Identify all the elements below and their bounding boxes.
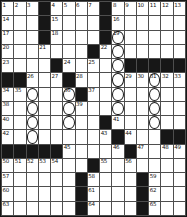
cell-r13c4[interactable] xyxy=(39,173,50,186)
cell-r14c3[interactable] xyxy=(27,187,38,200)
cell-r10c13[interactable] xyxy=(149,130,160,143)
cell-r15c3[interactable] xyxy=(27,202,38,215)
black-cell-r3c4 xyxy=(39,31,50,44)
cell-r15c4[interactable] xyxy=(39,202,50,215)
cell-r1c13[interactable]: 11 xyxy=(149,2,160,15)
cell-r2c7[interactable] xyxy=(76,16,87,29)
black-cell-r7c7 xyxy=(76,88,87,101)
black-cell-r10c10 xyxy=(112,130,123,143)
cell-r12c13[interactable] xyxy=(149,159,160,172)
cell-r6c11[interactable]: 29 xyxy=(125,73,136,86)
cell-r7c11[interactable] xyxy=(125,88,136,101)
cell-r3c3[interactable] xyxy=(27,31,38,44)
clue-number-38: 38 xyxy=(3,101,9,108)
clue-number-57: 57 xyxy=(3,173,9,180)
black-cell-r11c5 xyxy=(51,145,62,158)
crossword-grid: 1234567891011121314151617181920212223242… xyxy=(0,0,187,217)
cell-r5c10[interactable] xyxy=(112,59,123,72)
clue-number-4: 4 xyxy=(52,2,55,9)
cell-r7c10[interactable] xyxy=(112,88,123,101)
clue-number-20: 20 xyxy=(3,44,9,51)
cell-r12c3[interactable]: 52 xyxy=(27,159,38,172)
black-cell-r3c9 xyxy=(100,31,111,44)
cell-r3c2[interactable] xyxy=(14,31,25,44)
cell-r7c1[interactable]: 34 xyxy=(2,88,13,101)
cell-r2c3[interactable] xyxy=(27,16,38,29)
cell-r9c7[interactable] xyxy=(76,116,87,129)
black-cell-r6c1 xyxy=(2,73,13,86)
cell-r8c5[interactable] xyxy=(51,102,62,115)
clue-number-40: 40 xyxy=(3,116,9,123)
cell-r14c2[interactable] xyxy=(14,187,25,200)
cell-r10c9[interactable]: 43 xyxy=(100,130,111,143)
black-cell-r1c4 xyxy=(39,2,50,15)
clue-number-10: 10 xyxy=(137,2,143,9)
cell-r11c6[interactable]: 45 xyxy=(63,145,74,158)
black-cell-r11c1 xyxy=(2,145,13,158)
cell-r5c6[interactable]: 24 xyxy=(63,59,74,72)
cell-r9c1[interactable]: 40 xyxy=(2,116,13,129)
cell-r10c11[interactable]: 44 xyxy=(125,130,136,143)
cell-r12c12[interactable] xyxy=(137,159,148,172)
cell-r10c7[interactable] xyxy=(76,130,87,143)
circle-marker xyxy=(63,116,74,129)
cell-r12c2[interactable]: 51 xyxy=(14,159,25,172)
cell-r13c8[interactable]: 58 xyxy=(88,173,99,186)
cell-r13c6[interactable] xyxy=(63,173,74,186)
clue-number-3: 3 xyxy=(27,2,30,9)
cell-r14c4[interactable] xyxy=(39,187,50,200)
cell-r4c9[interactable]: 22 xyxy=(100,45,111,58)
cell-r10c3[interactable] xyxy=(27,130,38,143)
clue-number-45: 45 xyxy=(64,144,70,151)
cell-r5c1[interactable]: 23 xyxy=(2,59,13,72)
black-cell-r5c13 xyxy=(149,59,160,72)
clue-number-9: 9 xyxy=(125,2,128,9)
black-cell-r2c4 xyxy=(39,16,50,29)
cell-r5c2[interactable] xyxy=(14,59,25,72)
cell-r12c10[interactable] xyxy=(112,159,123,172)
clue-number-62: 62 xyxy=(150,187,156,194)
cell-r8c1[interactable]: 38 xyxy=(2,102,13,115)
clue-number-31: 31 xyxy=(150,73,156,80)
clue-number-5: 5 xyxy=(64,2,67,9)
clue-number-18: 18 xyxy=(52,30,58,37)
cell-r8c15[interactable] xyxy=(174,102,185,115)
cell-r6c15[interactable]: 33 xyxy=(174,73,185,86)
cell-r9c13[interactable] xyxy=(149,116,160,129)
cell-r1c14[interactable]: 12 xyxy=(161,2,172,15)
cell-r4c3[interactable] xyxy=(27,45,38,58)
circle-marker xyxy=(112,45,123,58)
cell-r10c6[interactable] xyxy=(63,130,74,143)
circle-marker xyxy=(27,130,38,143)
cell-r4c12[interactable] xyxy=(137,45,148,58)
cell-r15c13[interactable]: 65 xyxy=(149,202,160,215)
cell-r12c9[interactable]: 55 xyxy=(100,159,111,172)
cell-r2c6[interactable] xyxy=(63,16,74,29)
cell-r1c5[interactable]: 4 xyxy=(51,2,62,15)
cell-r6c3[interactable]: 26 xyxy=(27,73,38,86)
cell-r6c7[interactable]: 28 xyxy=(76,73,87,86)
black-cell-r6c6 xyxy=(63,73,74,86)
cell-r11c13[interactable] xyxy=(149,145,160,158)
black-cell-r5c12 xyxy=(137,59,148,72)
circle-marker xyxy=(149,102,160,115)
cell-r5c3[interactable] xyxy=(27,59,38,72)
cell-r9c10[interactable]: 41 xyxy=(112,116,123,129)
clue-number-33: 33 xyxy=(174,73,180,80)
clue-number-59: 59 xyxy=(150,173,156,180)
cell-r6c8[interactable] xyxy=(88,73,99,86)
cell-r4c13[interactable] xyxy=(149,45,160,58)
cell-r9c3[interactable] xyxy=(27,116,38,129)
cell-r13c10[interactable] xyxy=(112,173,123,186)
clue-number-53: 53 xyxy=(39,158,45,165)
cell-r3c8[interactable] xyxy=(88,31,99,44)
cell-r11c10[interactable]: 46 xyxy=(112,145,123,158)
circle-marker xyxy=(27,88,38,101)
cell-r9c4[interactable] xyxy=(39,116,50,129)
clue-number-41: 41 xyxy=(113,116,119,123)
black-cell-r12c8 xyxy=(88,159,99,172)
clue-number-28: 28 xyxy=(76,73,82,80)
clue-number-1: 1 xyxy=(3,2,6,9)
clue-number-54: 54 xyxy=(52,158,58,165)
cell-r14c11[interactable] xyxy=(125,187,136,200)
cell-r14c15[interactable] xyxy=(174,187,185,200)
cell-r2c14[interactable] xyxy=(161,16,172,29)
cell-r4c6[interactable] xyxy=(63,45,74,58)
black-cell-r11c3 xyxy=(27,145,38,158)
cell-r13c11[interactable] xyxy=(125,173,136,186)
cell-r13c9[interactable] xyxy=(100,173,111,186)
cell-r7c13[interactable] xyxy=(149,88,160,101)
cell-r4c14[interactable] xyxy=(161,45,172,58)
cell-r8c9[interactable] xyxy=(100,102,111,115)
cell-r1c6[interactable]: 5 xyxy=(63,2,74,15)
cell-r11c14[interactable]: 48 xyxy=(161,145,172,158)
black-cell-r10c14 xyxy=(161,130,172,143)
black-cell-r15c7 xyxy=(76,202,87,215)
cell-r1c15[interactable]: 13 xyxy=(174,2,185,15)
cell-r15c15[interactable] xyxy=(174,202,185,215)
clue-number-23: 23 xyxy=(3,59,9,66)
clue-number-43: 43 xyxy=(101,130,107,137)
cell-r3c11[interactable] xyxy=(125,31,136,44)
clue-number-39: 39 xyxy=(76,101,82,108)
clue-number-11: 11 xyxy=(150,2,156,9)
cell-r2c11[interactable] xyxy=(125,16,136,29)
cell-r8c4[interactable] xyxy=(39,102,50,115)
cell-r7c2[interactable]: 35 xyxy=(14,88,25,101)
cell-r2c10[interactable]: 16 xyxy=(112,16,123,29)
clue-number-17: 17 xyxy=(3,30,9,37)
clue-number-2: 2 xyxy=(15,2,18,9)
circle-marker xyxy=(149,116,160,129)
cell-r12c15[interactable] xyxy=(174,159,185,172)
cell-r2c5[interactable]: 15 xyxy=(51,16,62,29)
cell-r11c12[interactable]: 47 xyxy=(137,145,148,158)
cell-r13c3[interactable] xyxy=(27,173,38,186)
clue-number-26: 26 xyxy=(27,73,33,80)
cell-r2c1[interactable]: 14 xyxy=(2,16,13,29)
cell-r15c1[interactable]: 63 xyxy=(2,202,13,215)
cell-r13c13[interactable]: 59 xyxy=(149,173,160,186)
cell-r15c5[interactable] xyxy=(51,202,62,215)
cell-r3c14[interactable] xyxy=(161,31,172,44)
cell-r4c2[interactable] xyxy=(14,45,25,58)
cell-r7c9[interactable] xyxy=(100,88,111,101)
cell-r8c6[interactable] xyxy=(63,102,74,115)
cell-r3c15[interactable] xyxy=(174,31,185,44)
black-cell-r6c2 xyxy=(14,73,25,86)
cell-r8c14[interactable] xyxy=(161,102,172,115)
cell-r15c14[interactable] xyxy=(161,202,172,215)
cell-r10c5[interactable] xyxy=(51,130,62,143)
clue-number-24: 24 xyxy=(64,59,70,66)
clue-number-13: 13 xyxy=(174,2,180,9)
cell-r3c10[interactable]: 19 xyxy=(112,31,123,44)
cell-r14c8[interactable]: 61 xyxy=(88,187,99,200)
cell-r8c11[interactable] xyxy=(125,102,136,115)
clue-number-16: 16 xyxy=(113,16,119,23)
cell-r12c6[interactable] xyxy=(63,159,74,172)
cell-r3c5[interactable]: 18 xyxy=(51,31,62,44)
black-cell-r2c9 xyxy=(100,16,111,29)
cell-r15c2[interactable] xyxy=(14,202,25,215)
black-cell-r10c15 xyxy=(174,130,185,143)
cell-r6c14[interactable]: 32 xyxy=(161,73,172,86)
cell-r3c1[interactable]: 17 xyxy=(2,31,13,44)
clue-number-52: 52 xyxy=(27,158,33,165)
cell-r9c2[interactable] xyxy=(14,116,25,129)
cell-r9c14[interactable] xyxy=(161,116,172,129)
cell-r7c15[interactable] xyxy=(174,88,185,101)
clue-number-32: 32 xyxy=(162,73,168,80)
circle-marker xyxy=(112,59,123,72)
cell-r12c4[interactable]: 53 xyxy=(39,159,50,172)
cell-r14c10[interactable] xyxy=(112,187,123,200)
cell-r7c5[interactable] xyxy=(51,88,62,101)
cell-r14c9[interactable] xyxy=(100,187,111,200)
circle-marker xyxy=(27,116,38,129)
cell-r14c14[interactable] xyxy=(161,187,172,200)
cell-r8c13[interactable] xyxy=(149,102,160,115)
cell-r1c12[interactable]: 10 xyxy=(137,2,148,15)
clue-number-56: 56 xyxy=(125,158,131,165)
cell-r9c6[interactable] xyxy=(63,116,74,129)
clue-number-36: 36 xyxy=(64,87,70,94)
circle-marker xyxy=(27,102,38,115)
cell-r15c6[interactable] xyxy=(63,202,74,215)
black-cell-r15c12 xyxy=(137,202,148,215)
black-cell-r9c9 xyxy=(100,116,111,129)
clue-number-50: 50 xyxy=(3,158,9,165)
cell-r11c7[interactable] xyxy=(76,145,87,158)
cell-r12c5[interactable]: 54 xyxy=(51,159,62,172)
cell-r12c7[interactable] xyxy=(76,159,87,172)
clue-number-21: 21 xyxy=(39,44,45,51)
cell-r15c10[interactable] xyxy=(112,202,123,215)
cell-r10c2[interactable] xyxy=(14,130,25,143)
cell-r1c3[interactable]: 3 xyxy=(27,2,38,15)
cell-r4c7[interactable] xyxy=(76,45,87,58)
cell-r8c10[interactable] xyxy=(112,102,123,115)
cell-r4c10[interactable] xyxy=(112,45,123,58)
cell-r8c3[interactable] xyxy=(27,102,38,115)
cell-r2c12[interactable] xyxy=(137,16,148,29)
black-cell-r13c7 xyxy=(76,173,87,186)
cell-r8c8[interactable] xyxy=(88,102,99,115)
clue-number-63: 63 xyxy=(3,201,9,208)
cell-r13c5[interactable] xyxy=(51,173,62,186)
clue-number-64: 64 xyxy=(88,201,94,208)
cell-r14c1[interactable]: 60 xyxy=(2,187,13,200)
clue-number-7: 7 xyxy=(88,2,91,9)
circle-marker xyxy=(112,73,123,86)
clue-number-55: 55 xyxy=(101,158,107,165)
cell-r3c6[interactable] xyxy=(63,31,74,44)
cell-r5c7[interactable] xyxy=(76,59,87,72)
circle-marker xyxy=(149,88,160,101)
cell-r1c11[interactable]: 9 xyxy=(125,2,136,15)
clue-number-44: 44 xyxy=(125,130,131,137)
cell-r9c12[interactable] xyxy=(137,116,148,129)
clue-number-46: 46 xyxy=(113,144,119,151)
circle-marker xyxy=(112,102,123,115)
cell-r1c1[interactable]: 1 xyxy=(2,2,13,15)
black-cell-r5c14 xyxy=(161,59,172,72)
cell-r4c11[interactable] xyxy=(125,45,136,58)
black-cell-r11c2 xyxy=(14,145,25,158)
cell-r7c8[interactable]: 37 xyxy=(88,88,99,101)
cell-r13c15[interactable] xyxy=(174,173,185,186)
clue-number-12: 12 xyxy=(162,2,168,9)
cell-r3c13[interactable] xyxy=(149,31,160,44)
cell-r6c12[interactable]: 30 xyxy=(137,73,148,86)
clue-number-61: 61 xyxy=(88,187,94,194)
cell-r7c4[interactable] xyxy=(39,88,50,101)
cell-r12c1[interactable]: 50 xyxy=(2,159,13,172)
clue-number-37: 37 xyxy=(88,87,94,94)
cell-r6c9[interactable] xyxy=(100,73,111,86)
cell-r15c11[interactable] xyxy=(125,202,136,215)
cell-r4c15[interactable] xyxy=(174,45,185,58)
cell-r14c5[interactable] xyxy=(51,187,62,200)
cell-r11c9[interactable] xyxy=(100,145,111,158)
cell-r3c12[interactable] xyxy=(137,31,148,44)
cell-r2c15[interactable] xyxy=(174,16,185,29)
cell-r2c8[interactable] xyxy=(88,16,99,29)
cell-r10c1[interactable]: 42 xyxy=(2,130,13,143)
clue-number-58: 58 xyxy=(88,173,94,180)
cell-r4c1[interactable]: 20 xyxy=(2,45,13,58)
cell-r10c12[interactable] xyxy=(137,130,148,143)
cell-r6c5[interactable]: 27 xyxy=(51,73,62,86)
cell-r6c13[interactable]: 31 xyxy=(149,73,160,86)
cell-r11c15[interactable]: 49 xyxy=(174,145,185,158)
cell-r7c6[interactable]: 36 xyxy=(63,88,74,101)
circle-marker xyxy=(112,88,123,101)
cell-r7c12[interactable] xyxy=(137,88,148,101)
cell-r11c8[interactable] xyxy=(88,145,99,158)
circle-marker xyxy=(63,102,74,115)
clue-number-25: 25 xyxy=(88,59,94,66)
cell-r9c15[interactable] xyxy=(174,116,185,129)
clue-number-35: 35 xyxy=(15,87,21,94)
cell-r1c8[interactable]: 7 xyxy=(88,2,99,15)
cell-r12c14[interactable] xyxy=(161,159,172,172)
clue-number-22: 22 xyxy=(101,44,107,51)
black-cell-r14c7 xyxy=(76,187,87,200)
cell-r6c10[interactable] xyxy=(112,73,123,86)
cell-r12c11[interactable]: 56 xyxy=(125,159,136,172)
cell-r3c7[interactable] xyxy=(76,31,87,44)
cell-r4c5[interactable] xyxy=(51,45,62,58)
black-cell-r4c8 xyxy=(88,45,99,58)
black-cell-r11c11 xyxy=(125,145,136,158)
cell-r15c9[interactable] xyxy=(100,202,111,215)
clue-number-8: 8 xyxy=(113,2,116,9)
cell-r9c5[interactable] xyxy=(51,116,62,129)
clue-number-47: 47 xyxy=(137,144,143,151)
cell-r7c3[interactable] xyxy=(27,88,38,101)
black-cell-r13c12 xyxy=(137,173,148,186)
cell-r13c14[interactable] xyxy=(161,173,172,186)
black-cell-r11c4 xyxy=(39,145,50,158)
cell-r8c12[interactable] xyxy=(137,102,148,115)
clue-number-34: 34 xyxy=(3,87,9,94)
cell-r5c9[interactable] xyxy=(100,59,111,72)
cell-r4c4[interactable]: 21 xyxy=(39,45,50,58)
cell-r1c7[interactable]: 6 xyxy=(76,2,87,15)
cell-r6c4[interactable] xyxy=(39,73,50,86)
cell-r1c10[interactable]: 8 xyxy=(112,2,123,15)
cell-r5c4[interactable] xyxy=(39,59,50,72)
clue-number-14: 14 xyxy=(3,16,9,23)
cell-r5c8[interactable]: 25 xyxy=(88,59,99,72)
cell-r1c2[interactable]: 2 xyxy=(14,2,25,15)
cell-r14c13[interactable]: 62 xyxy=(149,187,160,200)
crossword-puzzle: 1234567891011121314151617181920212223242… xyxy=(0,0,187,217)
clue-number-19: 19 xyxy=(113,30,119,37)
cell-r10c4[interactable] xyxy=(39,130,50,143)
clue-number-15: 15 xyxy=(52,16,58,23)
clue-number-42: 42 xyxy=(3,130,9,137)
clue-number-65: 65 xyxy=(150,201,156,208)
cell-r9c11[interactable] xyxy=(125,116,136,129)
black-cell-r5c15 xyxy=(174,59,185,72)
black-cell-r14c12 xyxy=(137,187,148,200)
black-cell-r5c5 xyxy=(51,59,62,72)
clue-number-51: 51 xyxy=(15,158,21,165)
cell-r10c8[interactable] xyxy=(88,130,99,143)
clue-number-6: 6 xyxy=(76,2,79,9)
cell-r9c8[interactable] xyxy=(88,116,99,129)
clue-number-30: 30 xyxy=(137,73,143,80)
cell-r15c8[interactable]: 64 xyxy=(88,202,99,215)
cell-r2c13[interactable] xyxy=(149,16,160,29)
clue-number-27: 27 xyxy=(52,73,58,80)
cell-r14c6[interactable] xyxy=(63,187,74,200)
cell-r7c14[interactable] xyxy=(161,88,172,101)
cell-r8c2[interactable] xyxy=(14,102,25,115)
cell-r2c2[interactable] xyxy=(14,16,25,29)
cell-r8c7[interactable]: 39 xyxy=(76,102,87,115)
cell-r13c2[interactable] xyxy=(14,173,25,186)
cell-r13c1[interactable]: 57 xyxy=(2,173,13,186)
